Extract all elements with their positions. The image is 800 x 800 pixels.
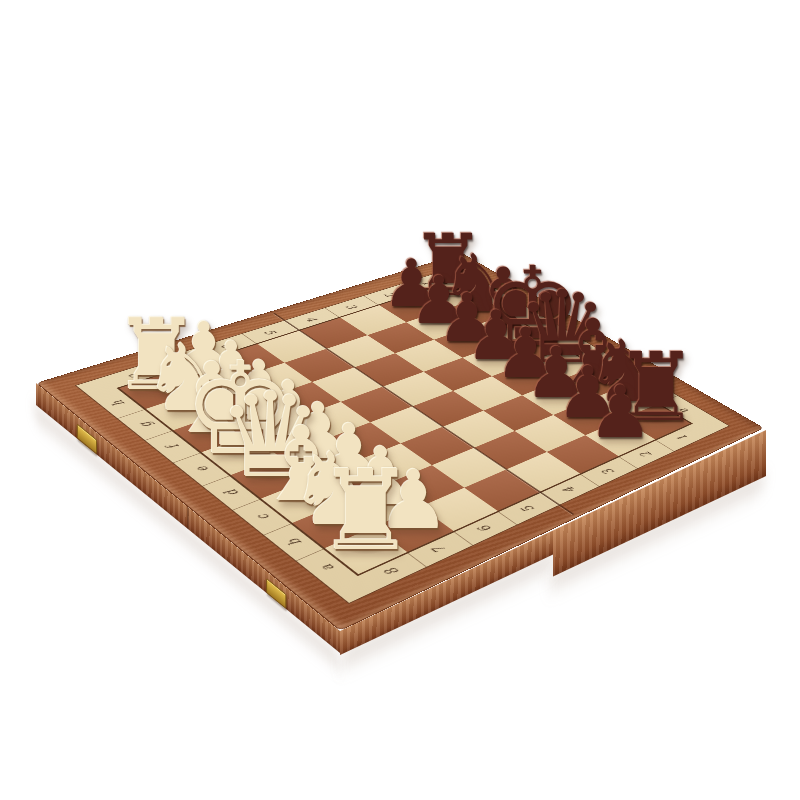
file-label-near-e-text: e [192, 465, 213, 475]
rank-label-far-1-text: 1 [419, 280, 435, 286]
rank-label-far-6-text: 6 [218, 342, 236, 350]
chess-board: hh11gg22ff33ee44dd55cc66bb77aa88 [36, 253, 764, 631]
rank-label-near-4-text: 4 [560, 485, 579, 495]
file-label-far-f-text: f [525, 317, 539, 323]
rank-label-near-5-text: 5 [519, 503, 538, 513]
rank-label-near-7-text: 7 [429, 544, 450, 555]
file-label-near-g-text: g [135, 420, 156, 429]
file-label-near-d-text: d [221, 488, 242, 498]
file-label-near-b-text: b [283, 537, 305, 548]
file-label-far-d-text: d [583, 350, 599, 357]
file-label-far-b-text: b [644, 387, 660, 395]
file-label-far-g-text: g [496, 300, 512, 307]
rank-label-far-4-text: 4 [303, 316, 320, 323]
rank-label-far-5-text: 5 [261, 329, 279, 336]
rank-label-far-3-text: 3 [343, 303, 360, 310]
rank-label-near-1-text: 1 [674, 433, 691, 442]
file-label-near-c-text: c [252, 512, 273, 522]
file-label-far-h-text: h [469, 283, 485, 289]
file-label-far-c-text: c [613, 368, 629, 375]
coordinate-labels: hh11gg22ff33ee44dd55cc66bb77aa88 [36, 253, 764, 631]
file-label-near-a-text: a [317, 562, 338, 573]
file-label-far-e-text: e [553, 333, 569, 340]
rank-label-far-7-text: 7 [173, 356, 192, 364]
fold-seam-side [187, 507, 188, 530]
file-label-far-a-text: a [676, 406, 692, 414]
rank-label-near-8-text: 8 [381, 565, 402, 577]
rank-label-far-8: 8 [103, 361, 167, 388]
product-photo-scene: hh11gg22ff33ee44dd55cc66bb77aa88 ♜♞♝♛♚♝♞… [0, 0, 800, 800]
rank-label-near-6-text: 6 [475, 523, 495, 534]
file-label-far-a: a [658, 395, 711, 424]
rank-label-far-2-text: 2 [381, 291, 397, 298]
rank-label-near-2-text: 2 [637, 450, 654, 459]
file-label-near-h-text: h [108, 399, 128, 408]
file-label-near-f-text: f [164, 443, 183, 451]
rank-label-near-3-text: 3 [600, 467, 618, 476]
rank-label-far-8-text: 8 [125, 371, 145, 379]
